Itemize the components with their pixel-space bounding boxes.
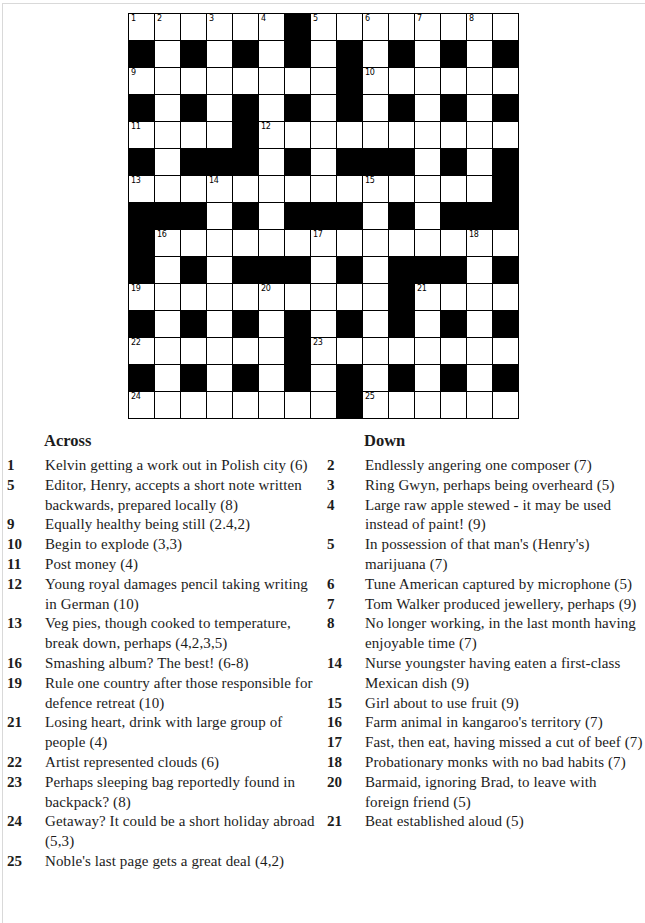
grid-cell-black xyxy=(441,365,467,392)
grid-cell[interactable] xyxy=(285,122,311,149)
grid-cell[interactable] xyxy=(415,230,441,257)
grid-cell[interactable] xyxy=(207,392,233,419)
clue-text: No longer working, in the last month hav… xyxy=(365,614,643,654)
grid-cell[interactable] xyxy=(233,230,259,257)
grid-cell[interactable] xyxy=(311,68,337,95)
grid-cell[interactable] xyxy=(337,284,363,311)
clue-text: Losing heart, drink with large group of … xyxy=(45,713,320,753)
grid-cell[interactable] xyxy=(207,203,233,230)
grid-cell-black xyxy=(129,95,155,122)
grid-cell[interactable] xyxy=(207,311,233,338)
grid-cell[interactable]: 3 xyxy=(207,14,233,41)
grid-cell-black xyxy=(337,203,363,230)
grid-cell[interactable]: 20 xyxy=(259,284,285,311)
down-clues-section: Down 2Endlessly angering one composer (7… xyxy=(326,431,643,832)
grid-cell[interactable] xyxy=(337,230,363,257)
clue-text: Fast, then eat, having missed a cut of b… xyxy=(365,733,643,753)
grid-cell[interactable] xyxy=(467,41,493,68)
grid-cell[interactable] xyxy=(441,14,467,41)
grid-cell-black xyxy=(233,95,259,122)
grid-cell[interactable] xyxy=(441,284,467,311)
grid-cell[interactable] xyxy=(467,68,493,95)
grid-cell-black xyxy=(389,149,415,176)
clue-number: 10 xyxy=(6,535,45,555)
grid-cell-black xyxy=(441,95,467,122)
clue-text: Endlessly angering one composer (7) xyxy=(365,456,643,476)
grid-cell-black xyxy=(363,149,389,176)
grid-cell[interactable] xyxy=(155,257,181,284)
grid-cell[interactable] xyxy=(259,149,285,176)
grid-cell[interactable] xyxy=(311,311,337,338)
across-clue-item: 16Smashing album? The best! (6-8) xyxy=(6,654,320,674)
down-clue-item: 5In possession of that man's (Henry's) m… xyxy=(326,535,643,575)
clue-number: 2 xyxy=(326,456,365,476)
across-clue-list: 1Kelvin getting a work out in Polish cit… xyxy=(6,456,320,872)
clue-number: 17 xyxy=(326,733,365,753)
grid-cell-black xyxy=(129,365,155,392)
grid-cell[interactable] xyxy=(155,311,181,338)
grid-clue-number: 23 xyxy=(313,339,323,347)
grid-clue-number: 13 xyxy=(131,177,141,185)
clue-number: 16 xyxy=(6,654,45,674)
grid-cell[interactable] xyxy=(389,230,415,257)
grid-cell-black xyxy=(493,41,519,68)
grid-cell[interactable] xyxy=(181,392,207,419)
grid-clue-number: 15 xyxy=(365,177,375,185)
grid-cell[interactable] xyxy=(259,68,285,95)
grid-cell[interactable] xyxy=(441,230,467,257)
grid-cell[interactable] xyxy=(259,95,285,122)
grid-cell-black xyxy=(337,257,363,284)
clue-text: Beat established aloud (5) xyxy=(365,812,643,832)
clue-number: 5 xyxy=(326,535,365,575)
grid-cell[interactable] xyxy=(363,257,389,284)
grid-cell[interactable] xyxy=(389,338,415,365)
grid-cell[interactable] xyxy=(285,68,311,95)
grid-cell[interactable] xyxy=(311,284,337,311)
grid-cell-black xyxy=(233,311,259,338)
grid-cell[interactable]: 10 xyxy=(363,68,389,95)
down-clue-item: 2Endlessly angering one composer (7) xyxy=(326,456,643,476)
grid-cell[interactable] xyxy=(207,365,233,392)
clue-number: 14 xyxy=(326,654,365,694)
grid-cell[interactable] xyxy=(207,41,233,68)
grid-cell[interactable] xyxy=(259,365,285,392)
grid-cell[interactable] xyxy=(363,365,389,392)
grid-cell-black xyxy=(389,284,415,311)
grid-cell[interactable] xyxy=(259,311,285,338)
grid-cell[interactable] xyxy=(233,338,259,365)
grid-cell[interactable] xyxy=(155,95,181,122)
grid-cell-black xyxy=(441,311,467,338)
grid-cell[interactable] xyxy=(493,338,519,365)
grid-cell[interactable] xyxy=(389,68,415,95)
grid-cell[interactable] xyxy=(467,149,493,176)
grid-cell[interactable] xyxy=(415,149,441,176)
grid-cell[interactable]: 9 xyxy=(129,68,155,95)
grid-cell[interactable] xyxy=(311,392,337,419)
grid-cell-black xyxy=(233,365,259,392)
clue-number: 18 xyxy=(326,753,365,773)
grid-cell[interactable] xyxy=(181,284,207,311)
grid-cell-black xyxy=(285,41,311,68)
across-clue-item: 22Artist represented clouds (6) xyxy=(6,753,320,773)
crossword-grid: 1234567891011121314151617181920212223242… xyxy=(128,13,519,419)
clue-text: Farm animal in kangaroo's territory (7) xyxy=(365,713,643,733)
grid-cell[interactable]: 15 xyxy=(363,176,389,203)
grid-cell[interactable] xyxy=(155,149,181,176)
grid-cell[interactable] xyxy=(467,176,493,203)
clue-number: 23 xyxy=(6,773,45,813)
clue-number: 9 xyxy=(6,515,45,535)
grid-cell[interactable] xyxy=(493,122,519,149)
grid-cell-black xyxy=(233,257,259,284)
grid-cell[interactable] xyxy=(207,338,233,365)
grid-cell[interactable]: 8 xyxy=(467,14,493,41)
grid-cell[interactable]: 6 xyxy=(363,14,389,41)
clue-text: Barmaid, ignoring Brad, to leave with fo… xyxy=(365,773,643,813)
grid-cell[interactable] xyxy=(285,176,311,203)
clue-text: In possession of that man's (Henry's) ma… xyxy=(365,535,643,575)
grid-cell-black xyxy=(441,149,467,176)
grid-cell-black xyxy=(467,203,493,230)
grid-cell[interactable] xyxy=(467,311,493,338)
grid-cell[interactable] xyxy=(311,41,337,68)
across-clue-item: 11Post money (4) xyxy=(6,555,320,575)
across-clue-item: 12Young royal damages pencil taking writ… xyxy=(6,575,320,615)
grid-cell[interactable] xyxy=(233,392,259,419)
grid-cell[interactable]: 24 xyxy=(129,392,155,419)
grid-cell[interactable] xyxy=(415,68,441,95)
grid-cell-black xyxy=(285,257,311,284)
grid-cell-black xyxy=(337,149,363,176)
clue-number: 6 xyxy=(326,575,365,595)
grid-cell-black xyxy=(337,95,363,122)
clue-number: 15 xyxy=(326,694,365,714)
clue-text: Tune American captured by microphone (5) xyxy=(365,575,643,595)
grid-cell[interactable] xyxy=(207,230,233,257)
grid-cell-black xyxy=(493,203,519,230)
grid-cell[interactable]: 22 xyxy=(129,338,155,365)
down-clue-item: 14Nurse youngster having eaten a first-c… xyxy=(326,654,643,694)
grid-cell[interactable]: 14 xyxy=(207,176,233,203)
grid-cell[interactable] xyxy=(155,122,181,149)
grid-cell[interactable] xyxy=(337,122,363,149)
grid-cell[interactable]: 19 xyxy=(129,284,155,311)
grid-cell[interactable] xyxy=(415,365,441,392)
grid-cell[interactable] xyxy=(415,122,441,149)
grid-cell[interactable] xyxy=(337,176,363,203)
grid-cell[interactable] xyxy=(441,392,467,419)
grid-cell[interactable] xyxy=(467,284,493,311)
clue-text: Young royal damages pencil taking writin… xyxy=(45,575,320,615)
across-clues-section: Across 1Kelvin getting a work out in Pol… xyxy=(6,431,320,872)
grid-cell[interactable] xyxy=(155,365,181,392)
grid-cell[interactable] xyxy=(415,311,441,338)
grid-cell[interactable]: 1 xyxy=(129,14,155,41)
grid-cell-black xyxy=(493,95,519,122)
clue-number: 3 xyxy=(326,476,365,496)
grid-cell[interactable] xyxy=(467,95,493,122)
clue-text: Getaway? It could be a short holiday abr… xyxy=(45,812,320,852)
grid-clue-number: 10 xyxy=(365,69,375,77)
grid-cell[interactable] xyxy=(389,176,415,203)
grid-cell[interactable]: 7 xyxy=(415,14,441,41)
grid-cell-black xyxy=(233,41,259,68)
grid-clue-number: 9 xyxy=(131,69,136,77)
grid-cell-black xyxy=(337,68,363,95)
grid-cell-black xyxy=(441,257,467,284)
grid-cell-black xyxy=(493,176,519,203)
grid-cell[interactable] xyxy=(207,95,233,122)
grid-cell[interactable] xyxy=(467,392,493,419)
grid-cell[interactable] xyxy=(155,68,181,95)
grid-cell[interactable] xyxy=(415,176,441,203)
clue-number: 24 xyxy=(6,812,45,852)
grid-cell[interactable] xyxy=(233,284,259,311)
grid-cell[interactable] xyxy=(415,95,441,122)
clue-number: 21 xyxy=(326,812,365,832)
grid-cell[interactable] xyxy=(493,68,519,95)
down-clue-item: 17Fast, then eat, having missed a cut of… xyxy=(326,733,643,753)
clue-text: Begin to explode (3,3) xyxy=(45,535,320,555)
clue-number: 5 xyxy=(6,476,45,516)
grid-cell[interactable] xyxy=(181,338,207,365)
grid-cell-black xyxy=(181,311,207,338)
grid-cell-black xyxy=(181,203,207,230)
grid-cell[interactable] xyxy=(155,284,181,311)
grid-cell[interactable] xyxy=(363,203,389,230)
grid-cell[interactable]: 11 xyxy=(129,122,155,149)
grid-cell[interactable] xyxy=(181,122,207,149)
grid-cell[interactable] xyxy=(285,392,311,419)
grid-cell[interactable]: 25 xyxy=(363,392,389,419)
grid-cell-black xyxy=(233,149,259,176)
clue-text: Artist represented clouds (6) xyxy=(45,753,320,773)
grid-cell[interactable] xyxy=(415,41,441,68)
grid-cell[interactable] xyxy=(311,257,337,284)
grid-cell-black xyxy=(285,365,311,392)
across-clue-item: 5Editor, Henry, accepts a short note wri… xyxy=(6,476,320,516)
clue-text: Equally healthy being still (2.4,2) xyxy=(45,515,320,535)
clue-text: Nurse youngster having eaten a first-cla… xyxy=(365,654,643,694)
grid-clue-number: 12 xyxy=(261,123,271,131)
grid-clue-number: 16 xyxy=(157,231,167,239)
grid-clue-number: 21 xyxy=(417,285,427,293)
grid-cell[interactable] xyxy=(467,257,493,284)
grid-clue-number: 8 xyxy=(469,15,474,23)
grid-cell-black xyxy=(389,365,415,392)
grid-cell[interactable] xyxy=(285,284,311,311)
grid-cell-black xyxy=(207,149,233,176)
grid-cell-black xyxy=(337,41,363,68)
grid-cell[interactable] xyxy=(259,230,285,257)
clue-text: Smashing album? The best! (6-8) xyxy=(45,654,320,674)
clue-number: 11 xyxy=(6,555,45,575)
grid-cell[interactable] xyxy=(155,41,181,68)
across-heading: Across xyxy=(44,431,320,451)
clue-number: 8 xyxy=(326,614,365,654)
grid-cell[interactable] xyxy=(363,311,389,338)
across-clue-item: 24Getaway? It could be a short holiday a… xyxy=(6,812,320,852)
grid-cell[interactable]: 18 xyxy=(467,230,493,257)
grid-cell-black xyxy=(493,257,519,284)
grid-cell[interactable] xyxy=(155,338,181,365)
grid-cell[interactable] xyxy=(207,284,233,311)
grid-clue-number: 20 xyxy=(261,285,271,293)
grid-cell[interactable] xyxy=(467,122,493,149)
grid-cell[interactable] xyxy=(415,392,441,419)
clue-text: Rule one country after those responsible… xyxy=(45,674,320,714)
grid-cell[interactable] xyxy=(181,68,207,95)
grid-cell-black xyxy=(389,95,415,122)
grid-cell-black xyxy=(441,41,467,68)
across-clue-item: 19Rule one country after those responsib… xyxy=(6,674,320,714)
grid-clue-number: 7 xyxy=(417,15,422,23)
across-clue-item: 9Equally healthy being still (2.4,2) xyxy=(6,515,320,535)
grid-cell[interactable] xyxy=(207,122,233,149)
grid-cell[interactable] xyxy=(415,338,441,365)
grid-cell[interactable] xyxy=(337,338,363,365)
down-clue-item: 20Barmaid, ignoring Brad, to leave with … xyxy=(326,773,643,813)
grid-cell[interactable]: 21 xyxy=(415,284,441,311)
grid-cell[interactable] xyxy=(233,176,259,203)
grid-cell[interactable] xyxy=(441,68,467,95)
grid-cell-black xyxy=(181,95,207,122)
grid-cell[interactable] xyxy=(467,338,493,365)
grid-cell[interactable] xyxy=(155,392,181,419)
grid-cell-black xyxy=(129,257,155,284)
grid-cell[interactable]: 16 xyxy=(155,230,181,257)
grid-cell-black xyxy=(285,338,311,365)
grid-cell[interactable] xyxy=(389,392,415,419)
grid-cell[interactable] xyxy=(363,41,389,68)
grid-cell[interactable] xyxy=(493,392,519,419)
grid-cell-black xyxy=(259,257,285,284)
grid-cell[interactable] xyxy=(259,392,285,419)
grid-cell[interactable] xyxy=(207,257,233,284)
grid-cell[interactable] xyxy=(363,230,389,257)
grid-cell[interactable] xyxy=(363,122,389,149)
grid-cell-black xyxy=(129,230,155,257)
grid-cell-black xyxy=(181,149,207,176)
grid-cell[interactable]: 17 xyxy=(311,230,337,257)
grid-cell-black xyxy=(493,149,519,176)
clue-number: 13 xyxy=(6,614,45,654)
clue-text: Post money (4) xyxy=(45,555,320,575)
clue-number: 16 xyxy=(326,713,365,733)
grid-cell[interactable] xyxy=(259,338,285,365)
grid-cell[interactable] xyxy=(233,68,259,95)
grid-cell-black xyxy=(311,203,337,230)
grid-cell[interactable] xyxy=(363,95,389,122)
clue-number: 19 xyxy=(6,674,45,714)
grid-cell-black xyxy=(181,365,207,392)
grid-cell[interactable]: 12 xyxy=(259,122,285,149)
grid-cell[interactable] xyxy=(441,176,467,203)
grid-cell[interactable]: 5 xyxy=(311,14,337,41)
grid-cell[interactable] xyxy=(311,365,337,392)
grid-cell[interactable] xyxy=(259,41,285,68)
grid-cell[interactable] xyxy=(441,338,467,365)
grid-cell-black xyxy=(389,203,415,230)
grid-cell[interactable] xyxy=(207,68,233,95)
clue-number: 20 xyxy=(326,773,365,813)
grid-cell-black xyxy=(233,203,259,230)
grid-cell-black xyxy=(129,311,155,338)
down-clue-item: 15Girl about to use fruit (9) xyxy=(326,694,643,714)
grid-cell[interactable] xyxy=(441,122,467,149)
grid-cell[interactable] xyxy=(389,122,415,149)
grid-clue-number: 11 xyxy=(131,123,141,131)
grid-cell-black xyxy=(415,257,441,284)
grid-cell-black xyxy=(389,41,415,68)
grid-cell[interactable] xyxy=(181,176,207,203)
clue-number: 1 xyxy=(6,456,45,476)
across-clue-item: 13Veg pies, though cooked to temperature… xyxy=(6,614,320,654)
grid-cell[interactable] xyxy=(389,14,415,41)
grid-clue-number: 17 xyxy=(313,231,323,239)
grid-cell[interactable] xyxy=(311,95,337,122)
clue-text: Kelvin getting a work out in Polish city… xyxy=(45,456,320,476)
grid-cell[interactable] xyxy=(363,284,389,311)
down-clue-item: 18Probationary monks with no bad habits … xyxy=(326,753,643,773)
grid-cell[interactable] xyxy=(311,122,337,149)
grid-cell[interactable] xyxy=(181,230,207,257)
clue-text: Editor, Henry, accepts a short note writ… xyxy=(45,476,320,516)
grid-cell[interactable] xyxy=(493,14,519,41)
grid-cell[interactable]: 23 xyxy=(311,338,337,365)
across-clue-item: 21Losing heart, drink with large group o… xyxy=(6,713,320,753)
grid-cell[interactable] xyxy=(285,230,311,257)
grid-cell-black xyxy=(285,203,311,230)
grid-cell[interactable] xyxy=(259,203,285,230)
grid-cell-black xyxy=(285,14,311,41)
clue-text: Probationary monks with no bad habits (7… xyxy=(365,753,643,773)
grid-cell[interactable] xyxy=(311,149,337,176)
grid-cell[interactable] xyxy=(337,14,363,41)
grid-cell-black xyxy=(181,41,207,68)
grid-cell[interactable] xyxy=(181,14,207,41)
grid-cell-black xyxy=(337,365,363,392)
down-heading: Down xyxy=(364,431,643,451)
grid-cell-black xyxy=(441,203,467,230)
grid-cell[interactable] xyxy=(467,365,493,392)
clue-text: Girl about to use fruit (9) xyxy=(365,694,643,714)
grid-cell[interactable]: 13 xyxy=(129,176,155,203)
grid-cell[interactable] xyxy=(415,203,441,230)
grid-cell[interactable] xyxy=(493,230,519,257)
grid-cell[interactable]: 2 xyxy=(155,14,181,41)
grid-cell[interactable]: 4 xyxy=(259,14,285,41)
grid-cell[interactable] xyxy=(259,176,285,203)
across-clue-item: 1Kelvin getting a work out in Polish cit… xyxy=(6,456,320,476)
grid-cell[interactable] xyxy=(493,284,519,311)
clue-number: 22 xyxy=(6,753,45,773)
grid-cell-black xyxy=(389,257,415,284)
grid-cell[interactable] xyxy=(363,338,389,365)
grid-clue-number: 25 xyxy=(365,393,375,401)
grid-cell-black xyxy=(493,365,519,392)
down-clue-list: 2Endlessly angering one composer (7)3Rin… xyxy=(326,456,643,832)
grid-cell-black xyxy=(129,149,155,176)
grid-cell[interactable] xyxy=(155,176,181,203)
clue-text: Large raw apple stewed - it may be used … xyxy=(365,496,643,536)
grid-clue-number: 14 xyxy=(209,177,219,185)
grid-cell[interactable] xyxy=(233,14,259,41)
grid-cell-black xyxy=(129,203,155,230)
grid-cell[interactable] xyxy=(311,176,337,203)
